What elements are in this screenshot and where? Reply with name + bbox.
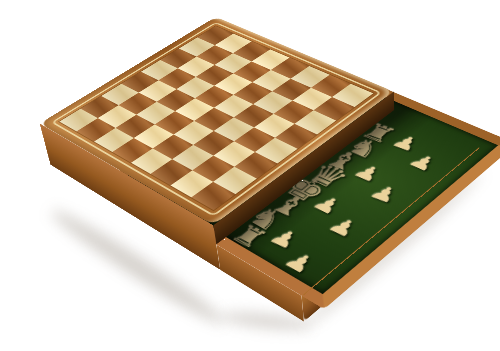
chess-piece-pawn: ♟ [364,182,402,207]
chess-piece-pawn: ♟ [322,214,362,241]
product-photo-stage: ♜♞♝♛♚♝♞♜♟♟♟♟♟♟♟♟ [0,0,500,351]
